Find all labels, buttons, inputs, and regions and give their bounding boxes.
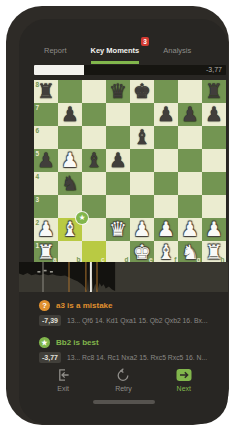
next-label: Next: [177, 385, 191, 393]
square-h5[interactable]: [202, 149, 226, 172]
exit-icon: [56, 368, 70, 382]
piece-black-pawn-g7: ♟: [178, 103, 202, 126]
square-c8[interactable]: [82, 80, 106, 103]
square-f1[interactable]: f♝: [154, 241, 178, 264]
tab-bar: Report Key Moments 3 Analysis: [44, 46, 191, 64]
tab-report-label: Report: [44, 46, 67, 55]
square-d4[interactable]: [106, 172, 130, 195]
square-c7[interactable]: [82, 103, 106, 126]
square-g5[interactable]: [178, 149, 202, 172]
piece-black-pawn-a5: ♟: [34, 149, 58, 172]
rank-label-8: 8: [36, 81, 40, 88]
tab-key-moments-label: Key Moments: [91, 46, 140, 55]
square-h1[interactable]: h♜: [202, 241, 226, 264]
tab-report[interactable]: Report: [44, 46, 67, 61]
rank-label-6: 6: [36, 127, 40, 134]
square-a7[interactable]: 7: [34, 103, 58, 126]
piece-white-pawn-h2: ♟: [202, 218, 226, 241]
square-g4[interactable]: [178, 172, 202, 195]
retry-label: Retry: [115, 385, 132, 393]
piece-black-queen-d8: ♛: [106, 80, 130, 103]
rank-label-1: 1: [36, 242, 40, 249]
key-moment-mistake[interactable]: ? a3 is a mistake -7,39 13... Qf6 14. Kd…: [39, 300, 223, 326]
square-g8[interactable]: [178, 80, 202, 103]
best-move-star-icon: ★: [39, 337, 50, 348]
evaluation-graph[interactable]: [19, 262, 228, 292]
square-b7[interactable]: ♟: [58, 103, 82, 126]
evaluation-bar: -3,77: [34, 65, 226, 75]
square-c4[interactable]: [82, 172, 106, 195]
piece-black-bishop-c5: ♝: [82, 149, 106, 172]
retry-icon: [116, 368, 130, 382]
piece-black-rook-h8: ♜: [202, 80, 226, 103]
best-move-badge: ★: [76, 212, 88, 224]
square-a8[interactable]: 8♜: [34, 80, 58, 103]
phone-frame: Report Key Moments 3 Analysis -3,77 8♜♛♚…: [6, 6, 229, 425]
square-e2[interactable]: ♟: [130, 218, 154, 241]
piece-white-knight-g1: ♞: [178, 241, 202, 264]
app-screen: Report Key Moments 3 Analysis -3,77 8♜♛♚…: [19, 19, 228, 424]
key-moment-best[interactable]: ★ Bb2 is best -3,77 13... Rc8 14. Rc1 Nx…: [39, 337, 223, 363]
chess-board[interactable]: 8♜♛♚♜7♟♟♟♟6♝5♟♟♝♟4♞32♟♝♛♟♟♟♟1a♜bcde♚f♝g♞…: [34, 80, 226, 264]
mistake-title: a3 is a mistake: [56, 301, 112, 311]
mistake-eval-badge: -7,39: [39, 315, 61, 326]
piece-white-pawn-g2: ♟: [178, 218, 202, 241]
square-f6[interactable]: [154, 126, 178, 149]
square-d2[interactable]: ♛: [106, 218, 130, 241]
square-f4[interactable]: [154, 172, 178, 195]
square-e6[interactable]: ♝: [130, 126, 154, 149]
square-g7[interactable]: ♟: [178, 103, 202, 126]
rank-label-3: 3: [36, 196, 40, 203]
square-h7[interactable]: ♟: [202, 103, 226, 126]
tab-analysis[interactable]: Analysis: [163, 46, 191, 61]
piece-black-pawn-d5: ♟: [106, 149, 130, 172]
square-d6[interactable]: [106, 126, 130, 149]
square-a2[interactable]: 2♟: [34, 218, 58, 241]
piece-black-knight-b4: ♞: [58, 172, 82, 195]
square-g1[interactable]: g♞: [178, 241, 202, 264]
mistake-icon: ?: [39, 300, 50, 311]
square-e5[interactable]: [130, 149, 154, 172]
mistake-move-line: 13... Qf6 14. Kd1 Qxa1 15. Qb2 Qxb2 16. …: [67, 316, 208, 325]
exit-button[interactable]: Exit: [33, 368, 93, 393]
piece-white-queen-d2: ♛: [106, 218, 130, 241]
rank-label-5: 5: [36, 150, 40, 157]
key-moments-list: ? a3 is a mistake -7,39 13... Qf6 14. Kd…: [39, 300, 223, 374]
square-f5[interactable]: [154, 149, 178, 172]
piece-white-pawn-a2: ♟: [34, 218, 58, 241]
piece-white-rook-h1: ♜: [202, 241, 226, 264]
piece-black-pawn-h7: ♟: [202, 103, 226, 126]
best-move-line: 13... Rc8 14. Rc1 Nxa2 15. Rxc5 Rxc5 16.…: [67, 353, 207, 362]
exit-label: Exit: [57, 385, 69, 393]
rank-label-7: 7: [36, 104, 40, 111]
square-g2[interactable]: ♟: [178, 218, 202, 241]
tab-analysis-label: Analysis: [163, 46, 191, 55]
square-b6[interactable]: [58, 126, 82, 149]
square-b4[interactable]: ♞: [58, 172, 82, 195]
rank-label-4: 4: [36, 173, 40, 180]
square-a5[interactable]: 5♟: [34, 149, 58, 172]
piece-white-pawn-b5: ♟: [58, 149, 82, 172]
square-b8[interactable]: [58, 80, 82, 103]
square-f2[interactable]: ♟: [154, 218, 178, 241]
square-c1[interactable]: c: [82, 241, 106, 264]
square-c5[interactable]: ♝: [82, 149, 106, 172]
square-h3[interactable]: [202, 195, 226, 218]
piece-white-bishop-f1: ♝: [154, 241, 178, 264]
piece-white-rook-a1: ♜: [34, 241, 58, 264]
next-icon: [176, 368, 192, 382]
tab-key-moments[interactable]: Key Moments 3: [91, 46, 140, 64]
square-h6[interactable]: [202, 126, 226, 149]
square-f7[interactable]: ♟: [154, 103, 178, 126]
square-a4[interactable]: 4: [34, 172, 58, 195]
square-d8[interactable]: ♛: [106, 80, 130, 103]
piece-white-king-e1: ♚: [130, 241, 154, 264]
piece-black-pawn-b7: ♟: [58, 103, 82, 126]
piece-black-rook-a8: ♜: [34, 80, 58, 103]
best-eval-badge: -3,77: [39, 352, 61, 363]
square-d5[interactable]: ♟: [106, 149, 130, 172]
piece-black-king-e8: ♚: [130, 80, 154, 103]
square-e1[interactable]: e♚: [130, 241, 154, 264]
evaluation-bar-white-fill: [34, 65, 84, 75]
square-e8[interactable]: ♚: [130, 80, 154, 103]
square-b5[interactable]: ♟: [58, 149, 82, 172]
piece-black-bishop-e6: ♝: [130, 126, 154, 149]
evaluation-value: -3,77: [206, 66, 222, 74]
square-g3[interactable]: [178, 195, 202, 218]
square-a6[interactable]: 6: [34, 126, 58, 149]
square-f8[interactable]: [154, 80, 178, 103]
key-moments-count-badge: 3: [141, 37, 150, 46]
best-title: Bb2 is best: [56, 338, 99, 348]
square-h2[interactable]: ♟: [202, 218, 226, 241]
bottom-nav: Exit Retry Next: [33, 368, 214, 393]
piece-white-pawn-f2: ♟: [154, 218, 178, 241]
piece-white-pawn-e2: ♟: [130, 218, 154, 241]
square-d3[interactable]: [106, 195, 130, 218]
square-a1[interactable]: 1a♜: [34, 241, 58, 264]
square-d1[interactable]: d: [106, 241, 130, 264]
retry-button[interactable]: Retry: [93, 368, 153, 393]
home-indicator: [93, 400, 155, 404]
piece-black-pawn-f7: ♟: [154, 103, 178, 126]
square-h4[interactable]: [202, 172, 226, 195]
square-a3[interactable]: 3: [34, 195, 58, 218]
square-g6[interactable]: [178, 126, 202, 149]
square-d7[interactable]: [106, 103, 130, 126]
next-button[interactable]: Next: [154, 368, 214, 393]
evaluation-graph-svg: [19, 262, 228, 292]
square-e3[interactable]: [130, 195, 154, 218]
rank-label-2: 2: [36, 219, 40, 226]
square-e7[interactable]: [130, 103, 154, 126]
square-e4[interactable]: [130, 172, 154, 195]
square-h8[interactable]: ♜: [202, 80, 226, 103]
square-f3[interactable]: [154, 195, 178, 218]
square-c6[interactable]: [82, 126, 106, 149]
square-b1[interactable]: b: [58, 241, 82, 264]
